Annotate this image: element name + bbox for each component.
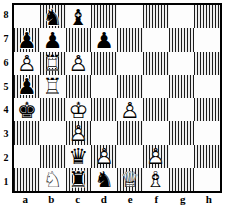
white-pawn-c3: ♟♙ <box>66 121 92 144</box>
rank-label-4: 4 <box>0 98 12 122</box>
black-knight-d1: ♞ <box>91 168 117 191</box>
square-g2 <box>169 145 195 168</box>
square-h5 <box>194 75 220 98</box>
square-b7: ♟ <box>40 28 66 51</box>
black-pawn-a5: ♟ <box>14 75 40 98</box>
square-c6: ♟♙ <box>66 52 92 75</box>
square-b4 <box>40 98 66 121</box>
square-g5 <box>169 75 195 98</box>
square-f3 <box>143 121 169 144</box>
white-knight-b1: ♞♘ <box>40 168 66 191</box>
square-h2 <box>194 145 220 168</box>
file-label-h: h <box>196 192 222 206</box>
square-a2 <box>14 145 40 168</box>
square-c8: ♝ <box>66 5 92 28</box>
square-b6: ♜♖ <box>40 52 66 75</box>
rank-label-1: 1 <box>0 169 12 193</box>
square-f6 <box>143 52 169 75</box>
square-d1: ♞ <box>91 168 117 191</box>
square-c1: ♜ <box>66 168 92 191</box>
square-a3 <box>14 121 40 144</box>
white-rook-b5: ♜♖ <box>40 75 66 98</box>
square-a7: ♟ <box>14 28 40 51</box>
black-pawn-a7: ♟ <box>14 28 40 51</box>
square-b8: ♞ <box>40 5 66 28</box>
square-g3 <box>169 121 195 144</box>
board: ♞♝♟♟♟♟♙♜♖♟♙♟♜♖♚♚♔♟♙♟♙♛♟♙♟♙♞♘♜♞♛♕♝♗ <box>12 3 222 193</box>
square-c2: ♛ <box>66 145 92 168</box>
square-d7: ♟ <box>91 28 117 51</box>
white-pawn-f2: ♟♙ <box>143 145 169 168</box>
file-label-c: c <box>65 192 91 206</box>
square-e7 <box>117 28 143 51</box>
square-a5: ♟ <box>14 75 40 98</box>
square-a8 <box>14 5 40 28</box>
square-e2 <box>117 145 143 168</box>
file-label-b: b <box>38 192 64 206</box>
square-h6 <box>194 52 220 75</box>
square-d2: ♟♙ <box>91 145 117 168</box>
square-g6 <box>169 52 195 75</box>
square-f1: ♝♗ <box>143 168 169 191</box>
square-g4 <box>169 98 195 121</box>
square-g7 <box>169 28 195 51</box>
square-b2 <box>40 145 66 168</box>
square-d5 <box>91 75 117 98</box>
chess-diagram: 87654321 ♞♝♟♟♟♟♙♜♖♟♙♟♜♖♚♚♔♟♙♟♙♛♟♙♟♙♞♘♜♞♛… <box>0 0 231 206</box>
square-h3 <box>194 121 220 144</box>
square-e3 <box>117 121 143 144</box>
square-e1: ♛♕ <box>117 168 143 191</box>
square-d3 <box>91 121 117 144</box>
white-king-c4: ♚♔ <box>66 98 92 121</box>
square-g8 <box>169 5 195 28</box>
square-h4 <box>194 98 220 121</box>
square-b1: ♞♘ <box>40 168 66 191</box>
square-e6 <box>117 52 143 75</box>
square-a6: ♟♙ <box>14 52 40 75</box>
rank-label-7: 7 <box>0 27 12 51</box>
file-label-e: e <box>117 192 143 206</box>
square-b5: ♜♖ <box>40 75 66 98</box>
white-rook-b6: ♜♖ <box>40 52 66 75</box>
black-pawn-d7: ♟ <box>91 28 117 51</box>
square-h7 <box>194 28 220 51</box>
file-label-a: a <box>12 192 38 206</box>
square-d4 <box>91 98 117 121</box>
rank-label-3: 3 <box>0 122 12 146</box>
square-g1 <box>169 168 195 191</box>
square-d8 <box>91 5 117 28</box>
rank-label-8: 8 <box>0 3 12 27</box>
square-e5 <box>117 75 143 98</box>
black-pawn-b7: ♟ <box>40 28 66 51</box>
square-d6 <box>91 52 117 75</box>
rank-label-6: 6 <box>0 51 12 75</box>
square-a1 <box>14 168 40 191</box>
rank-label-2: 2 <box>0 146 12 170</box>
square-e8 <box>117 5 143 28</box>
square-h8 <box>194 5 220 28</box>
white-queen-e1: ♛♕ <box>117 168 143 191</box>
square-h1 <box>194 168 220 191</box>
rank-label-5: 5 <box>0 74 12 98</box>
white-pawn-c6: ♟♙ <box>66 52 92 75</box>
square-c7 <box>66 28 92 51</box>
square-f2: ♟♙ <box>143 145 169 168</box>
black-king-a4: ♚ <box>14 98 40 121</box>
black-queen-c2: ♛ <box>66 145 92 168</box>
black-knight-b8: ♞ <box>40 5 66 28</box>
square-f5 <box>143 75 169 98</box>
black-rook-c1: ♜ <box>66 168 92 191</box>
square-f4 <box>143 98 169 121</box>
square-c4: ♚♔ <box>66 98 92 121</box>
rank-labels: 87654321 <box>0 3 12 193</box>
square-a4: ♚ <box>14 98 40 121</box>
square-c3: ♟♙ <box>66 121 92 144</box>
black-bishop-c8: ♝ <box>66 5 92 28</box>
square-b3 <box>40 121 66 144</box>
file-label-f: f <box>143 192 169 206</box>
white-pawn-a6: ♟♙ <box>14 52 40 75</box>
white-bishop-f1: ♝♗ <box>143 168 169 191</box>
square-e4: ♟♙ <box>117 98 143 121</box>
white-pawn-d2: ♟♙ <box>91 145 117 168</box>
white-pawn-e4: ♟♙ <box>117 98 143 121</box>
file-label-g: g <box>170 192 196 206</box>
square-f8 <box>143 5 169 28</box>
square-c5 <box>66 75 92 98</box>
square-f7 <box>143 28 169 51</box>
file-label-d: d <box>91 192 117 206</box>
file-labels: abcdefgh <box>12 192 222 206</box>
